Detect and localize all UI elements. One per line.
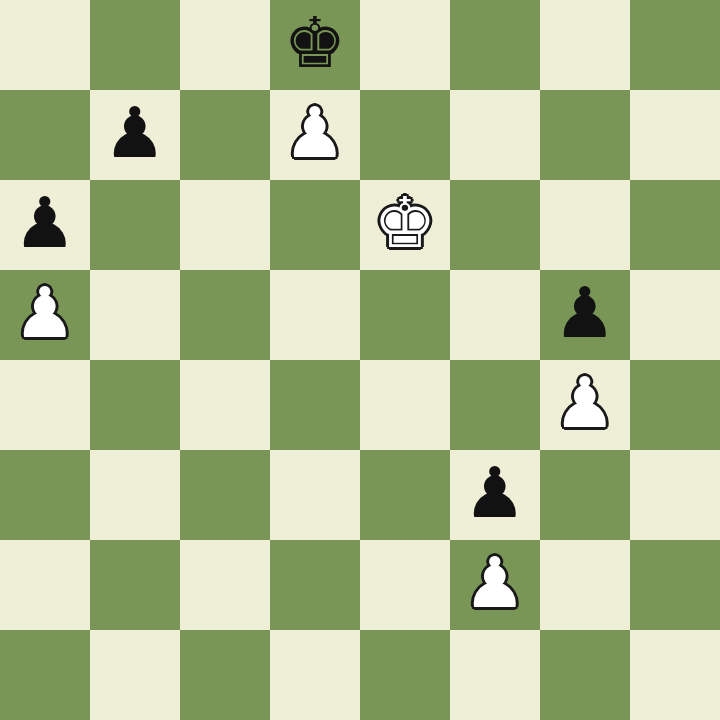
piece-white-pawn[interactable]: ♟ — [14, 268, 77, 358]
square-b5[interactable] — [90, 270, 180, 360]
square-c5[interactable] — [180, 270, 270, 360]
square-e6[interactable]: ♚ — [360, 180, 450, 270]
square-g5[interactable]: ♟ — [540, 270, 630, 360]
square-a8[interactable] — [0, 0, 90, 90]
square-a7[interactable] — [0, 90, 90, 180]
square-d8[interactable]: ♚ — [270, 0, 360, 90]
square-b8[interactable] — [90, 0, 180, 90]
piece-white-pawn[interactable]: ♟ — [464, 538, 527, 628]
square-d7[interactable]: ♟ — [270, 90, 360, 180]
square-f6[interactable] — [450, 180, 540, 270]
square-f4[interactable] — [450, 360, 540, 450]
square-d3[interactable] — [270, 450, 360, 540]
chess-board: ♚♟♟♟♚♟♟♟♟♟ — [0, 0, 720, 720]
piece-white-pawn[interactable]: ♟ — [284, 88, 347, 178]
square-b6[interactable] — [90, 180, 180, 270]
square-f1[interactable] — [450, 630, 540, 720]
square-h4[interactable] — [630, 360, 720, 450]
square-b3[interactable] — [90, 450, 180, 540]
square-h7[interactable] — [630, 90, 720, 180]
square-g8[interactable] — [540, 0, 630, 90]
square-e8[interactable] — [360, 0, 450, 90]
square-h2[interactable] — [630, 540, 720, 630]
square-d5[interactable] — [270, 270, 360, 360]
square-f8[interactable] — [450, 0, 540, 90]
piece-black-pawn[interactable]: ♟ — [554, 268, 617, 358]
square-c1[interactable] — [180, 630, 270, 720]
square-h8[interactable] — [630, 0, 720, 90]
square-a6[interactable]: ♟ — [0, 180, 90, 270]
square-f3[interactable]: ♟ — [450, 450, 540, 540]
square-d6[interactable] — [270, 180, 360, 270]
square-a1[interactable] — [0, 630, 90, 720]
square-d1[interactable] — [270, 630, 360, 720]
square-c4[interactable] — [180, 360, 270, 450]
square-a3[interactable] — [0, 450, 90, 540]
square-b1[interactable] — [90, 630, 180, 720]
square-e1[interactable] — [360, 630, 450, 720]
square-a5[interactable]: ♟ — [0, 270, 90, 360]
square-f5[interactable] — [450, 270, 540, 360]
square-e2[interactable] — [360, 540, 450, 630]
square-f7[interactable] — [450, 90, 540, 180]
square-e4[interactable] — [360, 360, 450, 450]
square-a4[interactable] — [0, 360, 90, 450]
square-g3[interactable] — [540, 450, 630, 540]
square-c6[interactable] — [180, 180, 270, 270]
square-g7[interactable] — [540, 90, 630, 180]
square-g4[interactable]: ♟ — [540, 360, 630, 450]
square-c3[interactable] — [180, 450, 270, 540]
square-c8[interactable] — [180, 0, 270, 90]
square-e7[interactable] — [360, 90, 450, 180]
square-h3[interactable] — [630, 450, 720, 540]
square-h5[interactable] — [630, 270, 720, 360]
piece-white-king[interactable]: ♚ — [374, 178, 437, 268]
piece-black-king[interactable]: ♚ — [284, 0, 347, 88]
square-c7[interactable] — [180, 90, 270, 180]
piece-black-pawn[interactable]: ♟ — [104, 88, 167, 178]
square-c2[interactable] — [180, 540, 270, 630]
square-h6[interactable] — [630, 180, 720, 270]
square-e5[interactable] — [360, 270, 450, 360]
square-a2[interactable] — [0, 540, 90, 630]
square-b2[interactable] — [90, 540, 180, 630]
square-e3[interactable] — [360, 450, 450, 540]
square-g1[interactable] — [540, 630, 630, 720]
piece-white-pawn[interactable]: ♟ — [554, 358, 617, 448]
piece-black-pawn[interactable]: ♟ — [464, 448, 527, 538]
square-g6[interactable] — [540, 180, 630, 270]
piece-black-pawn[interactable]: ♟ — [14, 178, 77, 268]
square-d4[interactable] — [270, 360, 360, 450]
square-g2[interactable] — [540, 540, 630, 630]
square-d2[interactable] — [270, 540, 360, 630]
square-f2[interactable]: ♟ — [450, 540, 540, 630]
square-h1[interactable] — [630, 630, 720, 720]
square-b4[interactable] — [90, 360, 180, 450]
square-b7[interactable]: ♟ — [90, 90, 180, 180]
